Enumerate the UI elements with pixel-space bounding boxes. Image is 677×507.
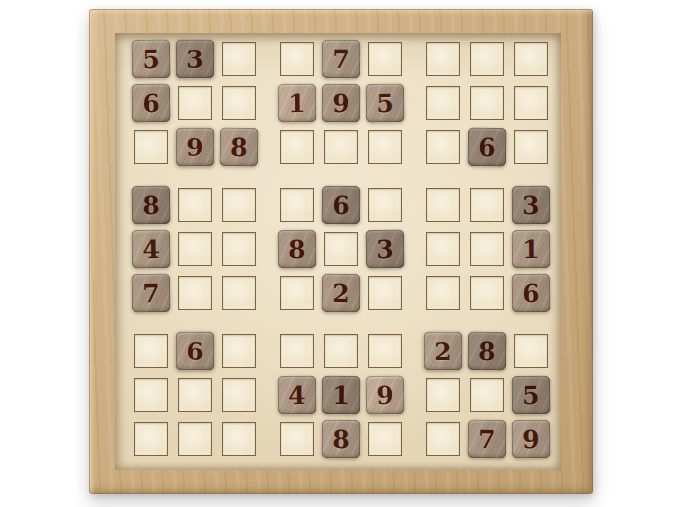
tile-number: 4: [142, 236, 160, 261]
cell-r5c3[interactable]: [222, 232, 256, 266]
cell-r8c5[interactable]: 1: [321, 375, 360, 414]
tile-number: 8: [288, 236, 306, 261]
cell-r6c9[interactable]: 6: [511, 273, 550, 312]
tile-number: 3: [376, 236, 394, 261]
tile-number: 7: [332, 46, 350, 71]
cell-r5c9[interactable]: 1: [511, 229, 550, 268]
tile-number: 9: [332, 90, 350, 115]
cell-r9c9[interactable]: 9: [511, 419, 550, 458]
cell-r7c7[interactable]: 2: [424, 332, 463, 371]
tile-number: 2: [434, 338, 451, 363]
cell-r7c3[interactable]: [222, 334, 256, 368]
cell-r9c4[interactable]: [280, 422, 314, 456]
sudoku-grid: 537619598686348317266284195879: [134, 42, 548, 456]
sudoku-board-photo: 537619598686348317266284195879: [89, 9, 593, 494]
cell-r4c3[interactable]: [222, 188, 256, 222]
cell-r4c6[interactable]: [368, 188, 402, 222]
cell-r4c9[interactable]: 3: [511, 185, 550, 224]
cell-r9c1[interactable]: [134, 422, 168, 456]
cell-r2c8[interactable]: [470, 86, 504, 120]
cell-r7c4[interactable]: [280, 334, 314, 368]
cell-r7c1[interactable]: [134, 334, 168, 368]
tile-number: 3: [522, 192, 540, 217]
cell-r1c6[interactable]: [368, 42, 402, 76]
tile-number: 7: [478, 426, 496, 451]
cell-r2c7[interactable]: [426, 86, 460, 120]
board-frame: 537619598686348317266284195879: [89, 9, 593, 494]
cell-r8c3[interactable]: [222, 378, 256, 412]
tile-number: 8: [142, 192, 160, 217]
cell-r1c4[interactable]: [280, 42, 314, 76]
cell-r3c4[interactable]: [280, 130, 314, 164]
cell-r1c2[interactable]: 3: [176, 40, 215, 79]
cell-r3c5[interactable]: [324, 130, 358, 164]
cell-r1c9[interactable]: [514, 42, 548, 76]
tile-number: 6: [186, 338, 203, 363]
cell-r5c5[interactable]: [324, 232, 358, 266]
cell-r8c7[interactable]: [426, 378, 460, 412]
cell-r8c1[interactable]: [134, 378, 168, 412]
tile-number: 9: [522, 426, 540, 451]
cell-r9c7[interactable]: [426, 422, 460, 456]
cell-r8c4[interactable]: 4: [277, 375, 316, 414]
tile-number: 8: [332, 426, 350, 451]
cell-r2c3[interactable]: [222, 86, 256, 120]
cell-r9c8[interactable]: 7: [467, 419, 506, 458]
tile-number: 1: [332, 382, 350, 407]
cell-r6c5[interactable]: 2: [321, 273, 360, 312]
cell-r7c2[interactable]: 6: [176, 332, 215, 371]
tile-number: 6: [332, 192, 350, 217]
tile-number: 6: [522, 280, 540, 305]
cell-r9c3[interactable]: [222, 422, 256, 456]
cell-r8c6[interactable]: 9: [365, 375, 404, 414]
cell-r7c9[interactable]: [514, 334, 548, 368]
cell-r1c7[interactable]: [426, 42, 460, 76]
cell-r2c2[interactable]: [178, 86, 212, 120]
cell-r6c3[interactable]: [222, 276, 256, 310]
cell-r3c3[interactable]: 8: [219, 127, 258, 166]
cell-r3c7[interactable]: [426, 130, 460, 164]
cell-r4c5[interactable]: 6: [321, 185, 360, 224]
cell-r5c6[interactable]: 3: [365, 229, 404, 268]
tile-number: 9: [186, 134, 203, 159]
cell-r7c8[interactable]: 8: [467, 331, 506, 370]
tile-number: 1: [522, 236, 540, 261]
tile-number: 8: [478, 338, 496, 363]
cell-r6c4[interactable]: [280, 276, 314, 310]
cell-r5c2[interactable]: [178, 232, 212, 266]
cell-r6c8[interactable]: [470, 276, 504, 310]
cell-r8c8[interactable]: [470, 378, 504, 412]
cell-r4c8[interactable]: [470, 188, 504, 222]
cell-r5c4[interactable]: 8: [277, 229, 316, 268]
tile-number: 3: [186, 46, 203, 71]
cell-r2c1[interactable]: 6: [131, 83, 170, 122]
cell-r4c2[interactable]: [178, 188, 212, 222]
cell-r3c1[interactable]: [134, 130, 168, 164]
cell-r3c6[interactable]: [368, 130, 402, 164]
cell-r2c9[interactable]: [514, 86, 548, 120]
cell-r6c2[interactable]: [178, 276, 212, 310]
cell-r5c7[interactable]: [426, 232, 460, 266]
tile-number: 2: [332, 280, 350, 305]
cell-r9c2[interactable]: [178, 422, 212, 456]
cell-r9c6[interactable]: [368, 422, 402, 456]
cell-r8c9[interactable]: 5: [511, 375, 550, 414]
cell-r2c6[interactable]: 5: [365, 83, 404, 122]
tile-number: 6: [478, 134, 496, 159]
cell-r6c7[interactable]: [426, 276, 460, 310]
cell-r2c5[interactable]: 9: [321, 83, 360, 122]
cell-r6c6[interactable]: [368, 276, 402, 310]
tile-number: 8: [230, 134, 248, 159]
tile-number: 4: [288, 382, 306, 407]
cell-r9c5[interactable]: 8: [321, 419, 360, 458]
cell-r2c4[interactable]: 1: [277, 83, 316, 122]
board-surface: 537619598686348317266284195879: [115, 33, 561, 470]
cell-r7c5[interactable]: [324, 334, 358, 368]
cell-r1c5[interactable]: 7: [321, 39, 360, 78]
tile-number: 5: [376, 90, 394, 115]
cell-r4c1[interactable]: 8: [131, 185, 170, 224]
tile-number: 5: [142, 46, 160, 71]
tile-number: 1: [288, 90, 306, 115]
cell-r3c8[interactable]: 6: [467, 127, 506, 166]
cell-r4c7[interactable]: [426, 188, 460, 222]
cell-r6c1[interactable]: 7: [131, 273, 170, 312]
cell-r3c2[interactable]: 9: [176, 128, 215, 167]
cell-r5c1[interactable]: 4: [131, 229, 170, 268]
cell-r1c8[interactable]: [470, 42, 504, 76]
tile-number: 7: [142, 280, 160, 305]
cell-r8c2[interactable]: [178, 378, 212, 412]
cell-r3c9[interactable]: [514, 130, 548, 164]
cell-r7c6[interactable]: [368, 334, 402, 368]
tile-number: 6: [142, 90, 160, 115]
tile-number: 9: [376, 382, 394, 407]
tile-number: 5: [522, 382, 540, 407]
cell-r1c1[interactable]: 5: [131, 39, 170, 78]
cell-r1c3[interactable]: [222, 42, 256, 76]
cell-r4c4[interactable]: [280, 188, 314, 222]
cell-r5c8[interactable]: [470, 232, 504, 266]
